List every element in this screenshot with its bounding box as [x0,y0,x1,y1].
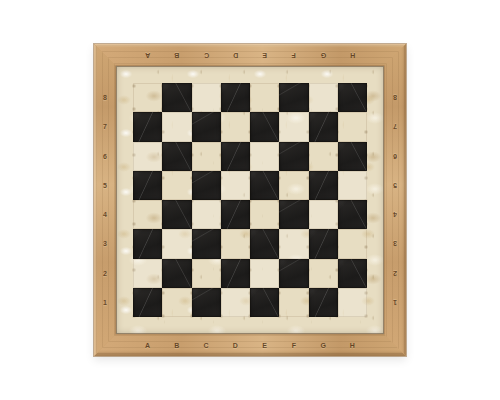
file-label-top-c: C [192,52,221,59]
square-g8[interactable] [309,83,338,112]
rank-label-right-5: 5 [384,171,406,200]
square-g3[interactable] [309,229,338,258]
square-b6[interactable] [162,142,191,171]
rank-labels-left: 87654321 [94,83,116,317]
rank-labels-right: 87654321 [384,83,406,317]
square-c4[interactable] [192,200,221,229]
file-label-top-g: G [309,52,338,59]
square-a1[interactable] [133,288,162,317]
square-d3[interactable] [221,229,250,258]
square-e5[interactable] [250,171,279,200]
square-h5[interactable] [338,171,367,200]
square-h1[interactable] [338,288,367,317]
square-d1[interactable] [221,288,250,317]
rank-label-left-4: 4 [94,200,116,229]
square-c2[interactable] [192,259,221,288]
rank-label-left-8: 8 [94,83,116,112]
rank-label-right-8: 8 [384,83,406,112]
square-a5[interactable] [133,171,162,200]
file-labels-top: ABCDEFGH [133,44,367,66]
file-label-bottom-b: B [162,342,191,349]
rank-label-left-3: 3 [94,229,116,258]
square-e3[interactable] [250,229,279,258]
rank-label-left-2: 2 [94,259,116,288]
square-b4[interactable] [162,200,191,229]
photo-background: ABCDEFGH ABCDEFGH 87654321 87654321 [0,0,500,400]
square-b8[interactable] [162,83,191,112]
frame-right-rail: 87654321 [384,44,406,356]
square-h4[interactable] [338,200,367,229]
rank-label-right-4: 4 [384,200,406,229]
square-d5[interactable] [221,171,250,200]
square-g1[interactable] [309,288,338,317]
rank-label-right-2: 2 [384,259,406,288]
square-f6[interactable] [279,142,308,171]
rank-label-left-1: 1 [94,288,116,317]
square-c7[interactable] [192,112,221,141]
rank-label-right-1: 1 [384,288,406,317]
square-g4[interactable] [309,200,338,229]
rank-label-right-7: 7 [384,112,406,141]
rank-label-right-3: 3 [384,229,406,258]
square-a2[interactable] [133,259,162,288]
square-d8[interactable] [221,83,250,112]
square-b1[interactable] [162,288,191,317]
square-e1[interactable] [250,288,279,317]
square-a8[interactable] [133,83,162,112]
square-f7[interactable] [279,112,308,141]
board-grid [133,83,367,317]
square-d2[interactable] [221,259,250,288]
file-label-bottom-a: A [133,342,162,349]
square-f8[interactable] [279,83,308,112]
rank-label-left-6: 6 [94,142,116,171]
square-c3[interactable] [192,229,221,258]
square-a4[interactable] [133,200,162,229]
square-b7[interactable] [162,112,191,141]
square-a6[interactable] [133,142,162,171]
file-label-bottom-e: E [250,342,279,349]
square-e4[interactable] [250,200,279,229]
square-f3[interactable] [279,229,308,258]
square-h6[interactable] [338,142,367,171]
file-label-bottom-g: G [309,342,338,349]
frame-left-rail: 87654321 [94,44,116,356]
square-d6[interactable] [221,142,250,171]
file-label-top-b: B [162,52,191,59]
square-f4[interactable] [279,200,308,229]
square-g2[interactable] [309,259,338,288]
square-c1[interactable] [192,288,221,317]
file-label-bottom-c: C [192,342,221,349]
file-label-bottom-f: F [279,342,308,349]
square-g6[interactable] [309,142,338,171]
frame-bottom-rail: ABCDEFGH [94,334,406,356]
square-a7[interactable] [133,112,162,141]
square-g5[interactable] [309,171,338,200]
square-h3[interactable] [338,229,367,258]
square-b5[interactable] [162,171,191,200]
square-b3[interactable] [162,229,191,258]
file-label-top-e: E [250,52,279,59]
square-a3[interactable] [133,229,162,258]
rank-label-left-5: 5 [94,171,116,200]
square-f2[interactable] [279,259,308,288]
file-labels-bottom: ABCDEFGH [133,334,367,356]
frame-top-rail: ABCDEFGH [94,44,406,66]
square-d7[interactable] [221,112,250,141]
square-g7[interactable] [309,112,338,141]
square-e8[interactable] [250,83,279,112]
file-label-top-f: F [279,52,308,59]
file-label-top-h: H [338,52,367,59]
marble-border-panel [116,66,384,334]
file-label-top-a: A [133,52,162,59]
square-f5[interactable] [279,171,308,200]
square-h8[interactable] [338,83,367,112]
square-e7[interactable] [250,112,279,141]
file-label-bottom-d: D [221,342,250,349]
square-h7[interactable] [338,112,367,141]
square-c5[interactable] [192,171,221,200]
chess-board: ABCDEFGH ABCDEFGH 87654321 87654321 [94,44,406,356]
rank-label-left-7: 7 [94,112,116,141]
rank-label-right-6: 6 [384,142,406,171]
square-h2[interactable] [338,259,367,288]
file-label-bottom-h: H [338,342,367,349]
square-e6[interactable] [250,142,279,171]
square-c8[interactable] [192,83,221,112]
square-b2[interactable] [162,259,191,288]
file-label-top-d: D [221,52,250,59]
square-e2[interactable] [250,259,279,288]
square-f1[interactable] [279,288,308,317]
square-d4[interactable] [221,200,250,229]
square-c6[interactable] [192,142,221,171]
